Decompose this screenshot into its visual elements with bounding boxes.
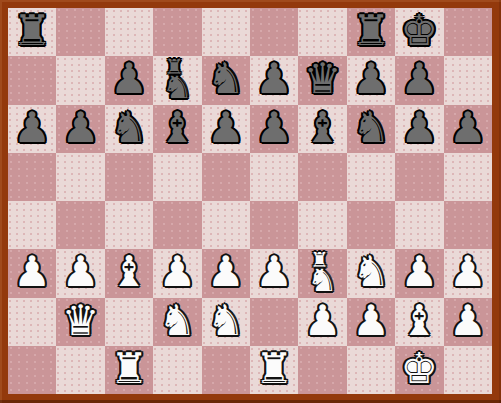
piece-white-pawn[interactable]: ♟ [207, 251, 245, 293]
square-d2[interactable]: ♞ [153, 298, 201, 346]
piece-black-pawn[interactable]: ♟ [255, 107, 293, 149]
square-e5[interactable] [202, 153, 250, 201]
square-i5[interactable] [395, 153, 443, 201]
square-d3[interactable]: ♟ [153, 249, 201, 297]
square-b4[interactable] [56, 201, 104, 249]
square-f5[interactable] [250, 153, 298, 201]
square-i8[interactable]: ♚ [395, 8, 443, 56]
piece-white-king[interactable]: ♚ [401, 348, 439, 390]
square-c5[interactable] [105, 153, 153, 201]
piece-black-pawn[interactable]: ♟ [449, 107, 487, 149]
square-e6[interactable]: ♟ [202, 105, 250, 153]
square-b5[interactable] [56, 153, 104, 201]
piece-black-rook[interactable]: ♜ [13, 10, 51, 52]
square-j7[interactable] [444, 56, 492, 104]
square-b6[interactable]: ♟ [56, 105, 104, 153]
piece-white-pawn[interactable]: ♟ [159, 251, 197, 293]
square-f2[interactable] [250, 298, 298, 346]
square-e7[interactable]: ♞ [202, 56, 250, 104]
square-b8[interactable] [56, 8, 104, 56]
square-b2[interactable]: ♛ [56, 298, 104, 346]
square-g4[interactable] [298, 201, 346, 249]
chess-board: ♜♜♚♟♜♞♞♟♛♟♟♟♟♞♝♟♟♝♞♟♟♟♟♝♟♟♟♜♞♞♟♟♛♞♞♟♟♝♟♜… [8, 8, 492, 394]
piece-black-knight[interactable]: ♞ [207, 58, 245, 100]
square-j4[interactable] [444, 201, 492, 249]
square-j3[interactable]: ♟ [444, 249, 492, 297]
square-e1[interactable] [202, 346, 250, 394]
piece-white-rook[interactable]: ♜ [255, 348, 293, 390]
square-g1[interactable] [298, 346, 346, 394]
piece-white-rook[interactable]: ♜ [110, 348, 148, 390]
square-f6[interactable]: ♟ [250, 105, 298, 153]
square-d5[interactable] [153, 153, 201, 201]
piece-black-pawn[interactable]: ♟ [352, 58, 390, 100]
piece-black-pawn[interactable]: ♟ [207, 107, 245, 149]
piece-black-bishop[interactable]: ♝ [159, 107, 197, 149]
piece-white-knight[interactable]: ♞ [207, 300, 245, 342]
square-h6[interactable]: ♞ [347, 105, 395, 153]
piece-black-pawn[interactable]: ♟ [13, 107, 51, 149]
piece-white-pawn[interactable]: ♟ [449, 251, 487, 293]
piece-black-chancellor[interactable]: ♜♞ [162, 57, 192, 103]
square-d8[interactable] [153, 8, 201, 56]
square-a7[interactable] [8, 56, 56, 104]
square-i1[interactable]: ♚ [395, 346, 443, 394]
piece-black-knight[interactable]: ♞ [352, 107, 390, 149]
piece-black-bishop[interactable]: ♝ [304, 107, 342, 149]
square-f1[interactable]: ♜ [250, 346, 298, 394]
square-e8[interactable] [202, 8, 250, 56]
square-h3[interactable]: ♞ [347, 249, 395, 297]
square-i6[interactable]: ♟ [395, 105, 443, 153]
square-c1[interactable]: ♜ [105, 346, 153, 394]
square-e3[interactable]: ♟ [202, 249, 250, 297]
square-g2[interactable]: ♟ [298, 298, 346, 346]
square-g7[interactable]: ♛ [298, 56, 346, 104]
square-d1[interactable] [153, 346, 201, 394]
square-h8[interactable]: ♜ [347, 8, 395, 56]
chancellor-rook-turret: ♜ [310, 250, 329, 271]
square-a5[interactable] [8, 153, 56, 201]
square-j2[interactable]: ♟ [444, 298, 492, 346]
square-a4[interactable] [8, 201, 56, 249]
piece-white-bishop[interactable]: ♝ [401, 300, 439, 342]
square-h5[interactable] [347, 153, 395, 201]
square-j6[interactable]: ♟ [444, 105, 492, 153]
square-g3[interactable]: ♜♞ [298, 249, 346, 297]
square-a3[interactable]: ♟ [8, 249, 56, 297]
square-d4[interactable] [153, 201, 201, 249]
piece-black-pawn[interactable]: ♟ [255, 58, 293, 100]
piece-black-king[interactable]: ♚ [401, 10, 439, 52]
square-h1[interactable] [347, 346, 395, 394]
square-a8[interactable]: ♜ [8, 8, 56, 56]
square-c6[interactable]: ♞ [105, 105, 153, 153]
square-f8[interactable] [250, 8, 298, 56]
piece-white-pawn[interactable]: ♟ [449, 300, 487, 342]
piece-white-pawn[interactable]: ♟ [401, 251, 439, 293]
square-d6[interactable]: ♝ [153, 105, 201, 153]
square-c8[interactable] [105, 8, 153, 56]
piece-white-pawn[interactable]: ♟ [352, 300, 390, 342]
piece-white-chancellor[interactable]: ♜♞ [307, 250, 337, 296]
board-frame: ♜♜♚♟♜♞♞♟♛♟♟♟♟♞♝♟♟♝♞♟♟♟♟♝♟♟♟♜♞♞♟♟♛♞♞♟♟♝♟♜… [0, 0, 501, 403]
square-g5[interactable] [298, 153, 346, 201]
square-i2[interactable]: ♝ [395, 298, 443, 346]
square-i7[interactable]: ♟ [395, 56, 443, 104]
square-h2[interactable]: ♟ [347, 298, 395, 346]
piece-white-bishop[interactable]: ♝ [110, 251, 148, 293]
square-g6[interactable]: ♝ [298, 105, 346, 153]
square-i4[interactable] [395, 201, 443, 249]
square-f4[interactable] [250, 201, 298, 249]
square-a6[interactable]: ♟ [8, 105, 56, 153]
piece-white-knight[interactable]: ♞ [352, 251, 390, 293]
piece-black-knight[interactable]: ♞ [110, 107, 148, 149]
piece-black-queen[interactable]: ♛ [304, 58, 342, 100]
piece-black-pawn[interactable]: ♟ [110, 58, 148, 100]
piece-white-pawn[interactable]: ♟ [62, 251, 100, 293]
square-e2[interactable]: ♞ [202, 298, 250, 346]
piece-black-pawn[interactable]: ♟ [401, 107, 439, 149]
square-a2[interactable] [8, 298, 56, 346]
square-i3[interactable]: ♟ [395, 249, 443, 297]
square-b1[interactable] [56, 346, 104, 394]
piece-white-pawn[interactable]: ♟ [13, 251, 51, 293]
square-d7[interactable]: ♜♞ [153, 56, 201, 104]
piece-black-pawn[interactable]: ♟ [62, 107, 100, 149]
square-c4[interactable] [105, 201, 153, 249]
square-j5[interactable] [444, 153, 492, 201]
square-g8[interactable] [298, 8, 346, 56]
piece-black-pawn[interactable]: ♟ [401, 58, 439, 100]
square-a1[interactable] [8, 346, 56, 394]
square-c3[interactable]: ♝ [105, 249, 153, 297]
square-b3[interactable]: ♟ [56, 249, 104, 297]
square-c7[interactable]: ♟ [105, 56, 153, 104]
square-h7[interactable]: ♟ [347, 56, 395, 104]
square-j8[interactable] [444, 8, 492, 56]
square-j1[interactable] [444, 346, 492, 394]
square-c2[interactable] [105, 298, 153, 346]
chancellor-rook-turret: ♜ [165, 57, 184, 78]
square-b7[interactable] [56, 56, 104, 104]
square-h4[interactable] [347, 201, 395, 249]
piece-white-knight[interactable]: ♞ [159, 300, 197, 342]
square-f7[interactable]: ♟ [250, 56, 298, 104]
square-e4[interactable] [202, 201, 250, 249]
piece-white-pawn[interactable]: ♟ [255, 251, 293, 293]
square-f3[interactable]: ♟ [250, 249, 298, 297]
piece-white-queen[interactable]: ♛ [62, 300, 100, 342]
piece-white-pawn[interactable]: ♟ [304, 300, 342, 342]
piece-black-rook[interactable]: ♜ [352, 10, 390, 52]
